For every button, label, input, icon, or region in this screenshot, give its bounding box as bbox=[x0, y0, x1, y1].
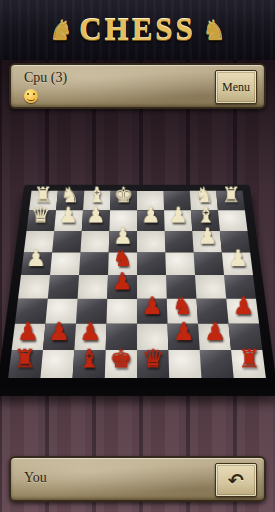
square-h4[interactable]: ♟ bbox=[21, 252, 52, 275]
opponent-label: Cpu (3) bbox=[24, 70, 67, 86]
undo-arrow-icon: ↶ bbox=[228, 471, 244, 490]
square-f7[interactable]: ♟ bbox=[74, 324, 106, 350]
square-c5[interactable] bbox=[166, 275, 196, 299]
square-b2[interactable]: ♝ bbox=[191, 210, 220, 231]
square-g7[interactable]: ♟ bbox=[43, 324, 76, 350]
square-f3[interactable] bbox=[80, 231, 109, 253]
knight-icon: ♞ bbox=[202, 17, 226, 44]
square-h2[interactable]: ♛ bbox=[27, 210, 57, 231]
red-piece-r: ♜ bbox=[233, 340, 265, 378]
white-piece-r: ♜ bbox=[30, 179, 57, 211]
knight-icon: ♞ bbox=[49, 17, 73, 44]
square-b8[interactable] bbox=[200, 350, 234, 378]
square-a7[interactable] bbox=[229, 324, 263, 350]
chess-board: ♜♞♝♚♞♜♛♟♟♟♟♝♟♟♟♞♟♟♟♞♟♟♟♟♟♟♜♝♚♛♜ bbox=[8, 191, 266, 378]
menu-button[interactable]: Menu bbox=[215, 70, 257, 104]
app-header: ♞ CHESS ♞ bbox=[0, 0, 275, 60]
board-slab: ♜♞♝♚♞♜♛♟♟♟♟♝♟♟♟♞♟♟♟♞♟♟♟♟♟♟♜♝♚♛♜ bbox=[0, 185, 275, 387]
square-d7[interactable] bbox=[137, 324, 168, 350]
smiley-happy-icon bbox=[24, 89, 38, 103]
square-a1[interactable]: ♜ bbox=[216, 191, 245, 211]
square-f5[interactable] bbox=[78, 275, 108, 299]
square-h5[interactable] bbox=[18, 275, 50, 299]
square-g6[interactable] bbox=[45, 299, 77, 324]
player-label: You bbox=[24, 470, 47, 486]
square-d2[interactable]: ♟ bbox=[137, 210, 165, 231]
square-a2[interactable] bbox=[218, 210, 248, 231]
square-b5[interactable] bbox=[195, 275, 226, 299]
app-title: CHESS bbox=[79, 12, 196, 48]
square-h1[interactable]: ♜ bbox=[29, 191, 58, 211]
square-e2[interactable] bbox=[109, 210, 137, 231]
square-c1[interactable] bbox=[163, 191, 191, 211]
square-b6[interactable] bbox=[196, 299, 228, 324]
square-f2[interactable]: ♟ bbox=[82, 210, 110, 231]
square-h6[interactable] bbox=[15, 299, 48, 324]
red-piece-r: ♜ bbox=[9, 340, 41, 378]
square-f6[interactable] bbox=[76, 299, 107, 324]
square-a8[interactable]: ♜ bbox=[231, 350, 266, 378]
white-piece-b: ♝ bbox=[83, 179, 110, 211]
square-d5[interactable] bbox=[137, 275, 167, 299]
red-piece-q: ♛ bbox=[137, 340, 169, 378]
square-h7[interactable]: ♟ bbox=[12, 324, 46, 350]
red-piece-b: ♝ bbox=[73, 340, 105, 378]
square-c7[interactable]: ♟ bbox=[168, 324, 200, 350]
square-c6[interactable]: ♞ bbox=[167, 299, 198, 324]
square-e8[interactable]: ♚ bbox=[105, 350, 137, 378]
white-piece-r: ♜ bbox=[218, 179, 245, 211]
square-a5[interactable] bbox=[224, 275, 256, 299]
square-g5[interactable] bbox=[48, 275, 79, 299]
square-f1[interactable]: ♝ bbox=[83, 191, 111, 211]
square-e1[interactable]: ♚ bbox=[110, 191, 137, 211]
square-h8[interactable]: ♜ bbox=[8, 350, 43, 378]
square-c4[interactable] bbox=[165, 252, 195, 275]
opponent-bar: Cpu (3) Menu bbox=[9, 63, 266, 109]
white-piece-n: ♞ bbox=[56, 179, 83, 211]
square-g4[interactable] bbox=[50, 252, 80, 275]
undo-button[interactable]: ↶ bbox=[215, 463, 257, 497]
menu-button-label: Menu bbox=[222, 80, 250, 95]
square-d1[interactable] bbox=[137, 191, 164, 211]
square-d3[interactable] bbox=[137, 231, 165, 253]
square-f4[interactable] bbox=[79, 252, 109, 275]
white-piece-k: ♚ bbox=[110, 179, 137, 211]
square-f8[interactable]: ♝ bbox=[73, 350, 106, 378]
square-a3[interactable] bbox=[220, 231, 250, 253]
player-bar: You ↶ bbox=[9, 456, 266, 502]
white-piece-n: ♞ bbox=[191, 179, 218, 211]
square-c3[interactable] bbox=[165, 231, 194, 253]
square-g3[interactable] bbox=[52, 231, 82, 253]
square-b7[interactable]: ♟ bbox=[198, 324, 231, 350]
square-a4[interactable]: ♟ bbox=[222, 252, 253, 275]
square-e5[interactable]: ♟ bbox=[107, 275, 137, 299]
square-d4[interactable] bbox=[137, 252, 166, 275]
red-piece-k: ♚ bbox=[105, 340, 137, 378]
square-g2[interactable]: ♟ bbox=[54, 210, 83, 231]
chess-board-scene: ♜♞♝♚♞♜♛♟♟♟♟♝♟♟♟♞♟♟♟♞♟♟♟♟♟♟♜♝♚♛♜ bbox=[12, 150, 262, 400]
square-b1[interactable]: ♞ bbox=[190, 191, 218, 211]
square-h3[interactable] bbox=[24, 231, 54, 253]
square-e4[interactable]: ♞ bbox=[108, 252, 137, 275]
square-g1[interactable]: ♞ bbox=[56, 191, 84, 211]
square-g8[interactable] bbox=[40, 350, 74, 378]
square-a6[interactable]: ♟ bbox=[226, 299, 259, 324]
square-c8[interactable] bbox=[168, 350, 201, 378]
square-b3[interactable]: ♟ bbox=[192, 231, 222, 253]
square-d6[interactable]: ♟ bbox=[137, 299, 168, 324]
square-e6[interactable] bbox=[106, 299, 137, 324]
square-c2[interactable]: ♟ bbox=[164, 210, 192, 231]
square-b4[interactable] bbox=[194, 252, 224, 275]
square-e7[interactable] bbox=[106, 324, 137, 350]
square-d8[interactable]: ♛ bbox=[137, 350, 169, 378]
square-e3[interactable]: ♟ bbox=[109, 231, 137, 253]
